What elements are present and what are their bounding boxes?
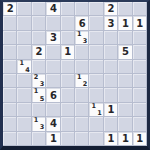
cell-r7c1[interactable]	[3, 88, 17, 102]
clue-digit-top: 1	[77, 31, 82, 38]
cell-r7c8[interactable]	[104, 88, 118, 102]
cell-r9c7[interactable]	[89, 117, 103, 131]
cell-r5c4[interactable]	[46, 60, 60, 74]
cell-r8c8: 1	[104, 103, 118, 117]
cell-r6c1[interactable]	[3, 74, 17, 88]
cell-r5c8[interactable]	[104, 60, 118, 74]
cell-r7c6[interactable]	[75, 88, 89, 102]
clue-digit-bottom: 4	[25, 67, 30, 74]
cell-r2c2[interactable]	[17, 16, 31, 30]
cell-r10c7[interactable]	[89, 132, 103, 146]
clue-digit-bottom: 3	[40, 124, 45, 131]
cell-r7c5[interactable]	[61, 88, 75, 102]
cell-r4c5: 1	[61, 45, 75, 59]
cell-r4c8[interactable]	[104, 45, 118, 59]
clue-digit: 2	[104, 2, 118, 16]
clue-digit: 1	[104, 103, 118, 117]
cell-r3c7[interactable]	[89, 31, 103, 45]
cell-r4c9: 5	[118, 45, 132, 59]
cell-r9c1[interactable]	[3, 117, 17, 131]
clue-digit-top: 2	[34, 74, 39, 81]
clue-digit-top: 1	[19, 60, 24, 67]
cell-r2c1[interactable]	[3, 16, 17, 30]
cell-r4c3: 2	[32, 45, 46, 59]
cell-r2c3[interactable]	[32, 16, 46, 30]
clue-digit: 1	[133, 16, 147, 30]
cell-r8c7: 11	[89, 103, 103, 117]
clue-digit: 1	[118, 16, 132, 30]
cell-r6c7[interactable]	[89, 74, 103, 88]
clue-digit: 2	[32, 45, 46, 59]
cell-r9c8[interactable]	[104, 117, 118, 131]
cell-r7c4: 6	[46, 88, 60, 102]
cell-r1c4: 4	[46, 2, 60, 16]
clue-digit-bottom: 5	[40, 96, 45, 103]
cell-r8c6[interactable]	[75, 103, 89, 117]
cell-r4c6[interactable]	[75, 45, 89, 59]
cell-r1c6[interactable]	[75, 2, 89, 16]
cell-r5c9[interactable]	[118, 60, 132, 74]
clue-digit-top: 1	[34, 117, 39, 124]
clue-digit: 3	[46, 31, 60, 45]
cell-r2c4[interactable]	[46, 16, 60, 30]
cell-r3c6: 13	[75, 31, 89, 45]
clue-digit: 2	[3, 2, 17, 16]
cell-r2c9: 1	[118, 16, 132, 30]
cell-r1c7[interactable]	[89, 2, 103, 16]
cell-r4c4[interactable]	[46, 45, 60, 59]
cell-r3c10[interactable]	[133, 31, 147, 45]
cell-r2c6: 6	[75, 16, 89, 30]
tapa-board-frame: 24263113132151423121561111341111	[0, 0, 150, 150]
cell-r9c3: 13	[32, 117, 46, 131]
clue-digit: 4	[46, 117, 60, 131]
cell-r3c5[interactable]	[61, 31, 75, 45]
cell-r10c4: 1	[46, 132, 60, 146]
cell-r9c6[interactable]	[75, 117, 89, 131]
cell-r6c9[interactable]	[118, 74, 132, 88]
cell-r7c2[interactable]	[17, 88, 31, 102]
cell-r10c2[interactable]	[17, 132, 31, 146]
cell-r8c5[interactable]	[61, 103, 75, 117]
cell-r6c10[interactable]	[133, 74, 147, 88]
clue-digit-bottom: 2	[83, 81, 88, 88]
cell-r3c2[interactable]	[17, 31, 31, 45]
cell-r1c1: 2	[3, 2, 17, 16]
cell-r2c7[interactable]	[89, 16, 103, 30]
cell-r7c10[interactable]	[133, 88, 147, 102]
clue-digit: 6	[46, 88, 60, 102]
cell-r9c4: 4	[46, 117, 60, 131]
cell-r2c8: 3	[104, 16, 118, 30]
cell-r6c3: 23	[32, 74, 46, 88]
cell-r5c2: 14	[17, 60, 31, 74]
cell-r6c8[interactable]	[104, 74, 118, 88]
clue-digit: 6	[75, 16, 89, 30]
cell-r4c1[interactable]	[3, 45, 17, 59]
cell-r8c9[interactable]	[118, 103, 132, 117]
cell-r1c3[interactable]	[32, 2, 46, 16]
clue-digit: 3	[104, 16, 118, 30]
cell-r7c3: 15	[32, 88, 46, 102]
cell-r1c8: 2	[104, 2, 118, 16]
cell-r8c10[interactable]	[133, 103, 147, 117]
cell-r6c2[interactable]	[17, 74, 31, 88]
cell-r10c3[interactable]	[32, 132, 46, 146]
cell-r9c9[interactable]	[118, 117, 132, 131]
clue-digit-top: 1	[91, 103, 96, 110]
cell-r9c5[interactable]	[61, 117, 75, 131]
cell-r2c5[interactable]	[61, 16, 75, 30]
clue-digit: 1	[118, 132, 132, 146]
clue-digit-top: 1	[77, 74, 82, 81]
clue-digit-bottom: 3	[40, 81, 45, 88]
cell-r9c10[interactable]	[133, 117, 147, 131]
cell-r6c4[interactable]	[46, 74, 60, 88]
clue-digit-bottom: 3	[83, 38, 88, 45]
cell-r10c5[interactable]	[61, 132, 75, 146]
clue-digit: 1	[104, 132, 118, 146]
cell-r3c4: 3	[46, 31, 60, 45]
cell-r3c8[interactable]	[104, 31, 118, 45]
cell-r7c9[interactable]	[118, 88, 132, 102]
cell-r10c1[interactable]	[3, 132, 17, 146]
cell-r10c10: 1	[133, 132, 147, 146]
cell-r6c6: 12	[75, 74, 89, 88]
clue-digit: 1	[61, 45, 75, 59]
cell-r5c5[interactable]	[61, 60, 75, 74]
cell-r8c4[interactable]	[46, 103, 60, 117]
cell-r10c8: 1	[104, 132, 118, 146]
cell-r5c7[interactable]	[89, 60, 103, 74]
cell-r2c10: 1	[133, 16, 147, 30]
cell-r4c2[interactable]	[17, 45, 31, 59]
cell-r8c1[interactable]	[3, 103, 17, 117]
cell-r5c1[interactable]	[3, 60, 17, 74]
tapa-board: 24263113132151423121561111341111	[3, 2, 147, 146]
cell-r10c6[interactable]	[75, 132, 89, 146]
cell-r5c6[interactable]	[75, 60, 89, 74]
cell-r1c10[interactable]	[133, 2, 147, 16]
clue-digit: 1	[133, 132, 147, 146]
cell-r1c9[interactable]	[118, 2, 132, 16]
cell-r4c7[interactable]	[89, 45, 103, 59]
cell-r10c9: 1	[118, 132, 132, 146]
cell-r3c9[interactable]	[118, 31, 132, 45]
cell-r1c2[interactable]	[17, 2, 31, 16]
clue-digit-bottom: 1	[97, 110, 102, 117]
cell-r6c5[interactable]	[61, 74, 75, 88]
cell-r3c1[interactable]	[3, 31, 17, 45]
cell-r4c10[interactable]	[133, 45, 147, 59]
cell-r5c3[interactable]	[32, 60, 46, 74]
cell-r3c3[interactable]	[32, 31, 46, 45]
cell-r8c2[interactable]	[17, 103, 31, 117]
clue-digit: 5	[118, 45, 132, 59]
cell-r5c10[interactable]	[133, 60, 147, 74]
cell-r9c2[interactable]	[17, 117, 31, 131]
clue-digit: 4	[46, 2, 60, 16]
clue-digit: 1	[46, 132, 60, 146]
cell-r8c3[interactable]	[32, 103, 46, 117]
cell-r1c5[interactable]	[61, 2, 75, 16]
clue-digit-top: 1	[34, 88, 39, 95]
cell-r7c7[interactable]	[89, 88, 103, 102]
